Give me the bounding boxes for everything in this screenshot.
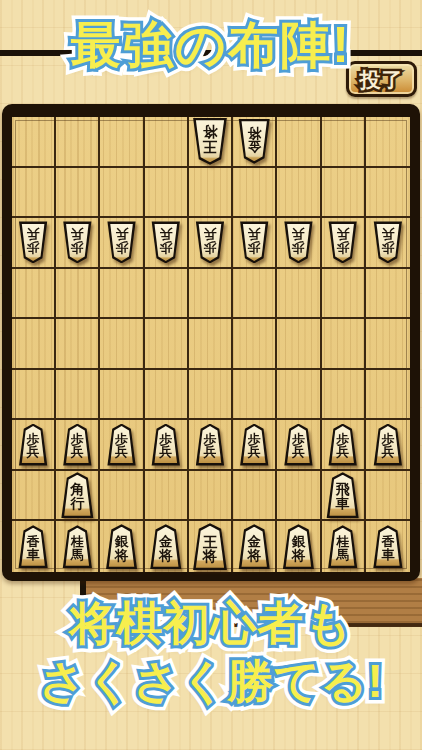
piece-kanji: 王将 <box>192 523 228 570</box>
piece-kanji: 歩兵 <box>18 424 48 466</box>
board-cell[interactable] <box>145 168 189 219</box>
board-cell[interactable] <box>145 471 189 522</box>
board-cell[interactable] <box>277 117 321 168</box>
board-cell[interactable]: 歩兵 <box>56 420 100 471</box>
piece-kanji: 歩兵 <box>107 221 137 263</box>
board-cell[interactable] <box>277 168 321 219</box>
board-cell[interactable] <box>366 319 410 370</box>
piece-wrapper: 歩兵 <box>62 424 92 466</box>
board-cell[interactable]: 歩兵 <box>366 218 410 269</box>
piece-wrapper: 歩兵 <box>18 424 48 466</box>
piece-kanji: 桂馬 <box>62 525 93 568</box>
piece-gold-general[interactable]: 金将 <box>238 524 271 569</box>
piece-wrapper: 歩兵 <box>107 221 137 263</box>
board-cell[interactable] <box>145 370 189 421</box>
board-cell[interactable]: 桂馬 <box>322 521 366 572</box>
piece-pawn[interactable]: 歩兵 <box>239 221 269 263</box>
board-cell[interactable] <box>12 269 56 320</box>
piece-pawn[interactable]: 歩兵 <box>373 424 403 466</box>
board-cell[interactable] <box>56 117 100 168</box>
board-cell[interactable]: 歩兵 <box>233 420 277 471</box>
piece-wrapper: 金将 <box>238 524 271 569</box>
board-cell[interactable] <box>56 269 100 320</box>
board-cell[interactable] <box>145 319 189 370</box>
board-cell[interactable] <box>12 117 56 168</box>
piece-silver-general[interactable]: 銀将 <box>282 524 315 569</box>
piece-wrapper: 歩兵 <box>283 424 313 466</box>
piece-kanji: 銀将 <box>282 524 315 569</box>
piece-knight[interactable]: 桂馬 <box>62 525 93 568</box>
board-cell[interactable] <box>189 168 233 219</box>
piece-kanji: 歩兵 <box>283 424 313 466</box>
board-cell[interactable] <box>100 269 144 320</box>
board-cell[interactable] <box>12 168 56 219</box>
piece-wrapper: 歩兵 <box>151 221 181 263</box>
board-cell[interactable] <box>366 471 410 522</box>
piece-kanji: 歩兵 <box>373 221 403 263</box>
piece-kanji: 歩兵 <box>195 221 225 263</box>
piece-wrapper: 桂馬 <box>327 525 358 568</box>
board-cell[interactable]: 歩兵 <box>145 420 189 471</box>
piece-kanji: 歩兵 <box>107 424 137 466</box>
piece-kanji: 香車 <box>18 525 49 568</box>
board-cell[interactable] <box>366 269 410 320</box>
board-cell[interactable] <box>100 168 144 219</box>
caption-line-1: 将棋初心者も 将棋初心者も 将棋初心者も 将棋初心者も <box>0 598 422 649</box>
piece-pawn[interactable]: 歩兵 <box>283 424 313 466</box>
board-cell[interactable] <box>233 370 277 421</box>
board-cell[interactable]: 歩兵 <box>56 218 100 269</box>
board-cell[interactable] <box>12 319 56 370</box>
board-cell[interactable]: 香車 <box>366 521 410 572</box>
board-cell[interactable]: 歩兵 <box>322 218 366 269</box>
piece-kanji: 王将 <box>192 118 228 165</box>
board-cell[interactable] <box>12 471 56 522</box>
board-cell[interactable]: 香車 <box>12 521 56 572</box>
piece-wrapper: 香車 <box>372 525 403 568</box>
piece-wrapper: 歩兵 <box>328 221 358 263</box>
piece-wrapper: 金将 <box>238 119 271 164</box>
board-cell[interactable]: 歩兵 <box>366 420 410 471</box>
piece-wrapper: 歩兵 <box>62 221 92 263</box>
piece-wrapper: 歩兵 <box>107 424 137 466</box>
piece-knight[interactable]: 桂馬 <box>327 525 358 568</box>
piece-silver-general[interactable]: 銀将 <box>105 524 138 569</box>
board-cell[interactable] <box>100 117 144 168</box>
piece-wrapper: 飛車 <box>326 472 360 518</box>
piece-wrapper: 歩兵 <box>239 221 269 263</box>
piece-kanji: 歩兵 <box>151 424 181 466</box>
board-cell[interactable] <box>366 168 410 219</box>
piece-kanji: 歩兵 <box>283 221 313 263</box>
piece-wrapper: 銀将 <box>282 524 315 569</box>
board-cell[interactable]: 金将 <box>233 521 277 572</box>
board-cell[interactable] <box>189 319 233 370</box>
board-cell[interactable] <box>145 269 189 320</box>
piece-pawn[interactable]: 歩兵 <box>18 221 48 263</box>
board-cell[interactable]: 歩兵 <box>145 218 189 269</box>
piece-wrapper: 金将 <box>149 524 182 569</box>
piece-wrapper: 歩兵 <box>328 424 358 466</box>
piece-wrapper: 歩兵 <box>373 221 403 263</box>
board-cell[interactable] <box>322 168 366 219</box>
board-cell[interactable] <box>366 117 410 168</box>
piece-pawn[interactable]: 歩兵 <box>107 424 137 466</box>
board-cell[interactable] <box>233 319 277 370</box>
board-cell[interactable]: 歩兵 <box>12 420 56 471</box>
board-cell[interactable]: 桂馬 <box>56 521 100 572</box>
shogi-board-frame: 王将金将歩兵歩兵歩兵歩兵歩兵歩兵歩兵歩兵歩兵歩兵歩兵歩兵歩兵歩兵歩兵歩兵歩兵歩兵… <box>2 104 420 581</box>
piece-pawn[interactable]: 歩兵 <box>283 221 313 263</box>
piece-wrapper: 歩兵 <box>195 221 225 263</box>
board-cell[interactable] <box>366 370 410 421</box>
board-cell[interactable]: 金将 <box>233 117 277 168</box>
board-cell[interactable]: 歩兵 <box>100 218 144 269</box>
board-cell[interactable]: 歩兵 <box>12 218 56 269</box>
board-cell[interactable] <box>322 319 366 370</box>
piece-wrapper: 歩兵 <box>195 424 225 466</box>
piece-kanji: 歩兵 <box>239 221 269 263</box>
piece-wrapper: 王将 <box>192 523 228 570</box>
piece-pawn[interactable]: 歩兵 <box>328 221 358 263</box>
piece-wrapper: 歩兵 <box>373 424 403 466</box>
piece-lance[interactable]: 香車 <box>18 525 49 568</box>
piece-kanji: 銀将 <box>105 524 138 569</box>
board-cell[interactable]: 歩兵 <box>322 420 366 471</box>
piece-kanji: 歩兵 <box>373 424 403 466</box>
board-cell[interactable] <box>277 319 321 370</box>
board-cell[interactable] <box>189 269 233 320</box>
board-cell[interactable] <box>322 370 366 421</box>
board-cell[interactable]: 歩兵 <box>100 420 144 471</box>
piece-pawn[interactable]: 歩兵 <box>373 221 403 263</box>
piece-wrapper: 王将 <box>192 118 228 165</box>
board-cell[interactable] <box>145 117 189 168</box>
piece-kanji: 桂馬 <box>327 525 358 568</box>
piece-wrapper: 歩兵 <box>18 221 48 263</box>
piece-gold-general[interactable]: 金将 <box>149 524 182 569</box>
board-cell[interactable]: 歩兵 <box>277 218 321 269</box>
piece-kanji: 香車 <box>372 525 403 568</box>
piece-kanji: 飛車 <box>326 472 360 518</box>
board-cell[interactable] <box>100 319 144 370</box>
piece-king[interactable]: 王将 <box>192 523 228 570</box>
board-cell[interactable] <box>322 269 366 320</box>
piece-pawn[interactable]: 歩兵 <box>151 424 181 466</box>
piece-pawn[interactable]: 歩兵 <box>107 221 137 263</box>
piece-pawn[interactable]: 歩兵 <box>195 424 225 466</box>
board-cell[interactable] <box>277 370 321 421</box>
piece-wrapper: 歩兵 <box>151 424 181 466</box>
board-cell[interactable]: 王将 <box>189 521 233 572</box>
piece-kanji: 金将 <box>238 119 271 164</box>
app-screen: 王将金将歩兵歩兵歩兵歩兵歩兵歩兵歩兵歩兵歩兵歩兵歩兵歩兵歩兵歩兵歩兵歩兵歩兵歩兵… <box>0 0 422 750</box>
piece-kanji: 歩兵 <box>328 221 358 263</box>
piece-pawn[interactable]: 歩兵 <box>151 221 181 263</box>
board-cell[interactable]: 銀将 <box>277 521 321 572</box>
board-cell[interactable] <box>56 319 100 370</box>
board-cell[interactable]: 歩兵 <box>189 218 233 269</box>
piece-pawn[interactable]: 歩兵 <box>62 221 92 263</box>
board-cell[interactable]: 飛車 <box>322 471 366 522</box>
piece-kanji: 歩兵 <box>151 221 181 263</box>
piece-bishop[interactable]: 角行 <box>60 472 94 518</box>
piece-kanji: 角行 <box>60 472 94 518</box>
piece-gold-general[interactable]: 金将 <box>238 119 271 164</box>
caption-line-2: さくさく勝てる! さくさく勝てる! さくさく勝てる! さくさく勝てる! <box>0 656 422 707</box>
board-cell[interactable] <box>277 471 321 522</box>
piece-rook[interactable]: 飛車 <box>326 472 360 518</box>
board-cell[interactable] <box>12 370 56 421</box>
board-cell[interactable] <box>56 168 100 219</box>
board-cell[interactable] <box>100 471 144 522</box>
shogi-board[interactable]: 王将金将歩兵歩兵歩兵歩兵歩兵歩兵歩兵歩兵歩兵歩兵歩兵歩兵歩兵歩兵歩兵歩兵歩兵歩兵… <box>12 117 410 572</box>
piece-pawn[interactable]: 歩兵 <box>239 424 269 466</box>
board-cell[interactable]: 角行 <box>56 471 100 522</box>
piece-pawn[interactable]: 歩兵 <box>62 424 92 466</box>
board-cell[interactable]: 歩兵 <box>277 420 321 471</box>
piece-kanji: 金将 <box>238 524 271 569</box>
board-cell[interactable] <box>100 370 144 421</box>
piece-kanji: 歩兵 <box>18 221 48 263</box>
board-cell[interactable] <box>322 117 366 168</box>
piece-kanji: 金将 <box>149 524 182 569</box>
board-cell[interactable] <box>277 269 321 320</box>
board-cell[interactable] <box>233 471 277 522</box>
piece-wrapper: 桂馬 <box>62 525 93 568</box>
piece-pawn[interactable]: 歩兵 <box>195 221 225 263</box>
piece-wrapper: 香車 <box>18 525 49 568</box>
page-title: 最強の布陣! 最強の布陣! 最強の布陣! 最強の布陣! <box>0 18 422 73</box>
board-cell[interactable] <box>189 370 233 421</box>
board-cell[interactable]: 王将 <box>189 117 233 168</box>
board-cell[interactable]: 金将 <box>145 521 189 572</box>
piece-lance[interactable]: 香車 <box>372 525 403 568</box>
board-cell[interactable] <box>233 168 277 219</box>
piece-wrapper: 銀将 <box>105 524 138 569</box>
board-cell[interactable] <box>189 471 233 522</box>
board-cell[interactable]: 銀将 <box>100 521 144 572</box>
piece-pawn[interactable]: 歩兵 <box>18 424 48 466</box>
piece-pawn[interactable]: 歩兵 <box>328 424 358 466</box>
piece-kanji: 歩兵 <box>239 424 269 466</box>
piece-kanji: 歩兵 <box>62 221 92 263</box>
piece-wrapper: 歩兵 <box>239 424 269 466</box>
piece-king[interactable]: 王将 <box>192 118 228 165</box>
piece-wrapper: 角行 <box>60 472 94 518</box>
board-cell[interactable] <box>56 370 100 421</box>
board-cell[interactable] <box>233 269 277 320</box>
piece-kanji: 歩兵 <box>328 424 358 466</box>
piece-kanji: 歩兵 <box>62 424 92 466</box>
board-cell[interactable]: 歩兵 <box>189 420 233 471</box>
piece-kanji: 歩兵 <box>195 424 225 466</box>
board-cell[interactable]: 歩兵 <box>233 218 277 269</box>
piece-wrapper: 歩兵 <box>283 221 313 263</box>
